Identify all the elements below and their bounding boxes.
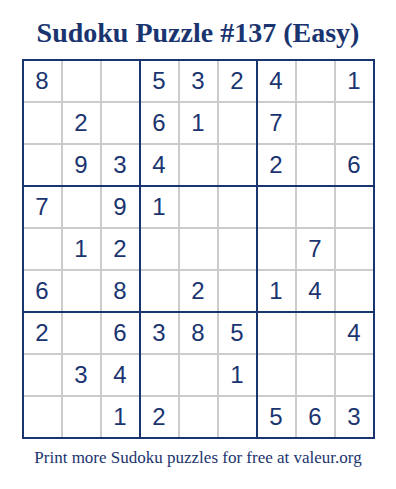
sudoku-cell-r4c6 (219, 187, 256, 227)
sudoku-cell-r2c2: 2 (63, 103, 100, 143)
sudoku-cell-r9c7: 5 (258, 397, 295, 437)
box-separator-horizontal-1 (24, 185, 373, 187)
sudoku-cell-r8c8 (297, 355, 334, 395)
sudoku-cell-r7c2 (63, 313, 100, 353)
sudoku-cell-r7c1: 2 (24, 313, 61, 353)
sudoku-cell-r1c1: 8 (24, 61, 61, 101)
sudoku-cell-r5c2: 1 (63, 229, 100, 269)
box-separator-vertical-1 (139, 61, 141, 437)
box-separator-vertical-2 (256, 61, 258, 437)
sudoku-cell-r6c2 (63, 271, 100, 311)
sudoku-cell-r7c3: 6 (102, 313, 139, 353)
sudoku-board: 8532412617934267911276821426385434112563 (22, 59, 375, 439)
sudoku-cell-r7c8 (297, 313, 334, 353)
sudoku-cell-r1c7: 4 (258, 61, 295, 101)
sudoku-cell-r6c3: 8 (102, 271, 139, 311)
sudoku-cell-r3c1 (24, 145, 61, 185)
sudoku-cell-r5c7 (258, 229, 295, 269)
sudoku-cell-r6c6 (219, 271, 256, 311)
puzzle-title: Sudoku Puzzle #137 (Easy) (0, 0, 396, 50)
sudoku-cell-r8c2: 3 (63, 355, 100, 395)
sudoku-cell-r1c4: 5 (141, 61, 178, 101)
sudoku-cell-r6c9 (336, 271, 373, 311)
sudoku-cell-r8c6: 1 (219, 355, 256, 395)
sudoku-cell-r8c5 (180, 355, 217, 395)
sudoku-cell-r5c8: 7 (297, 229, 334, 269)
sudoku-cell-r4c8 (297, 187, 334, 227)
sudoku-cell-r5c9 (336, 229, 373, 269)
sudoku-cell-r9c4: 2 (141, 397, 178, 437)
sudoku-cell-r4c1: 7 (24, 187, 61, 227)
sudoku-cell-r9c3: 1 (102, 397, 139, 437)
sudoku-cell-r3c4: 4 (141, 145, 178, 185)
sudoku-cell-r3c7: 2 (258, 145, 295, 185)
sudoku-cell-r8c1 (24, 355, 61, 395)
sudoku-cell-r9c6 (219, 397, 256, 437)
sudoku-cell-r1c6: 2 (219, 61, 256, 101)
sudoku-cell-r3c2: 9 (63, 145, 100, 185)
sudoku-cell-r8c4 (141, 355, 178, 395)
sudoku-cell-r2c8 (297, 103, 334, 143)
footer-text: Print more Sudoku puzzles for free at va… (0, 448, 396, 468)
sudoku-cell-r4c3: 9 (102, 187, 139, 227)
sudoku-cell-r5c3: 2 (102, 229, 139, 269)
sudoku-cell-r1c8 (297, 61, 334, 101)
sudoku-cell-r2c4: 6 (141, 103, 178, 143)
sudoku-cell-r6c5: 2 (180, 271, 217, 311)
sudoku-cell-r6c8: 4 (297, 271, 334, 311)
sudoku-cell-r3c6 (219, 145, 256, 185)
sudoku-cell-r7c7 (258, 313, 295, 353)
sudoku-page: Sudoku Puzzle #137 (Easy) 85324126179342… (0, 0, 396, 489)
sudoku-cell-r9c9: 3 (336, 397, 373, 437)
sudoku-cell-r6c1: 6 (24, 271, 61, 311)
sudoku-cell-r3c9: 6 (336, 145, 373, 185)
sudoku-cell-r4c5 (180, 187, 217, 227)
sudoku-cell-r9c5 (180, 397, 217, 437)
sudoku-cell-r8c9 (336, 355, 373, 395)
sudoku-cell-r9c1 (24, 397, 61, 437)
sudoku-cell-r2c7: 7 (258, 103, 295, 143)
sudoku-cell-r7c5: 8 (180, 313, 217, 353)
sudoku-cell-r2c3 (102, 103, 139, 143)
sudoku-cell-r7c6: 5 (219, 313, 256, 353)
sudoku-cell-r6c4 (141, 271, 178, 311)
sudoku-cell-r2c5: 1 (180, 103, 217, 143)
sudoku-cell-r4c2 (63, 187, 100, 227)
sudoku-cell-r2c1 (24, 103, 61, 143)
sudoku-cell-r5c6 (219, 229, 256, 269)
sudoku-cell-r9c8: 6 (297, 397, 334, 437)
sudoku-cell-r3c8 (297, 145, 334, 185)
sudoku-cell-r3c5 (180, 145, 217, 185)
sudoku-cell-r3c3: 3 (102, 145, 139, 185)
sudoku-cell-r4c7 (258, 187, 295, 227)
sudoku-cell-r2c9 (336, 103, 373, 143)
sudoku-cell-r1c5: 3 (180, 61, 217, 101)
box-separator-horizontal-2 (24, 311, 373, 313)
sudoku-cell-r1c2 (63, 61, 100, 101)
sudoku-cell-r1c3 (102, 61, 139, 101)
sudoku-cell-r7c9: 4 (336, 313, 373, 353)
sudoku-cell-r4c9 (336, 187, 373, 227)
sudoku-cell-r4c4: 1 (141, 187, 178, 227)
sudoku-cell-r8c3: 4 (102, 355, 139, 395)
sudoku-cell-r2c6 (219, 103, 256, 143)
sudoku-cell-r6c7: 1 (258, 271, 295, 311)
sudoku-cell-r5c1 (24, 229, 61, 269)
sudoku-cell-r7c4: 3 (141, 313, 178, 353)
sudoku-cell-r1c9: 1 (336, 61, 373, 101)
sudoku-cell-r5c4 (141, 229, 178, 269)
sudoku-cell-r9c2 (63, 397, 100, 437)
sudoku-cell-r8c7 (258, 355, 295, 395)
sudoku-cell-r5c5 (180, 229, 217, 269)
